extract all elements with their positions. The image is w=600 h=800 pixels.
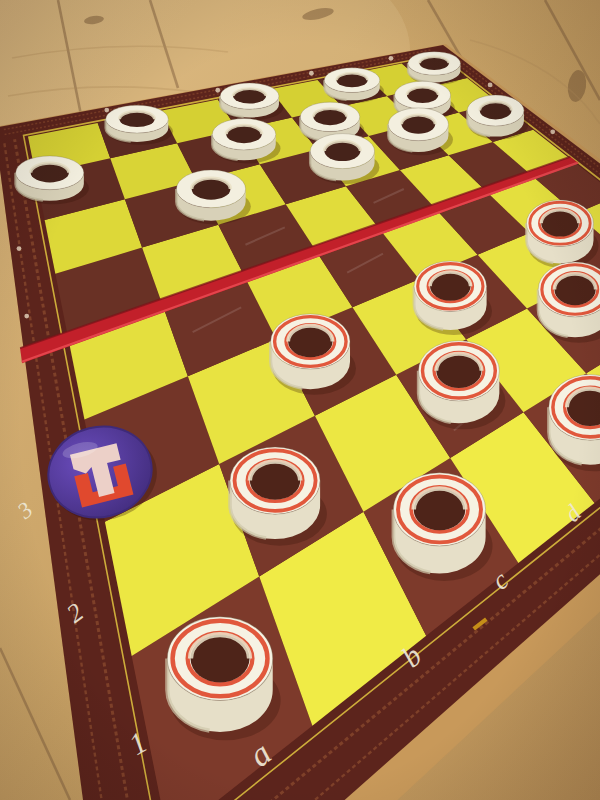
photo-scene: 123abcd xyxy=(0,0,600,800)
photo-vignette xyxy=(0,0,600,800)
checkers-board-photo: 123abcd xyxy=(0,0,600,800)
